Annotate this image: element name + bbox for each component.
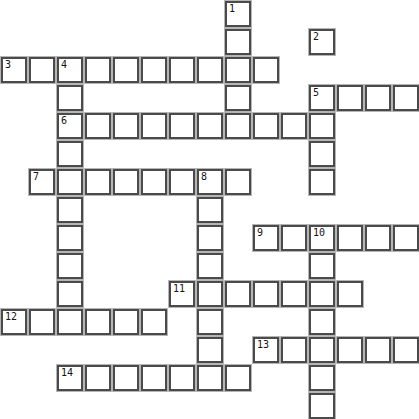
crossword-cell[interactable]: 4 xyxy=(57,57,83,83)
crossword-cell[interactable] xyxy=(197,337,223,363)
crossword-cell[interactable] xyxy=(57,309,83,335)
crossword-cell[interactable] xyxy=(57,281,83,307)
crossword-cell[interactable] xyxy=(309,253,335,279)
clue-number: 10 xyxy=(313,227,325,238)
crossword-cell[interactable]: 1 xyxy=(225,1,251,27)
crossword-cell[interactable]: 10 xyxy=(309,225,335,251)
crossword-cell[interactable] xyxy=(57,225,83,251)
crossword-cell[interactable] xyxy=(225,57,251,83)
crossword-cell[interactable]: 12 xyxy=(1,309,27,335)
crossword-cell[interactable] xyxy=(281,337,307,363)
crossword-cell[interactable] xyxy=(197,309,223,335)
crossword-cell[interactable] xyxy=(393,225,419,251)
crossword-cell[interactable] xyxy=(281,113,307,139)
crossword-cell[interactable] xyxy=(197,253,223,279)
clue-number: 12 xyxy=(5,311,17,322)
clue-number: 9 xyxy=(257,227,263,238)
crossword-cell[interactable] xyxy=(253,281,279,307)
crossword-cell[interactable] xyxy=(29,57,55,83)
crossword-cell[interactable] xyxy=(197,281,223,307)
crossword-cell[interactable] xyxy=(85,57,111,83)
crossword-board: 1234567891011121314 xyxy=(0,0,419,419)
clue-number: 5 xyxy=(313,87,319,98)
crossword-cell[interactable] xyxy=(253,57,279,83)
crossword-cell[interactable] xyxy=(309,309,335,335)
crossword-cell[interactable] xyxy=(253,113,279,139)
crossword-cell[interactable] xyxy=(225,365,251,391)
crossword-cell[interactable] xyxy=(141,113,167,139)
crossword-cell[interactable] xyxy=(113,113,139,139)
crossword-cell[interactable]: 13 xyxy=(253,337,279,363)
clue-number: 13 xyxy=(257,339,269,350)
crossword-cell[interactable] xyxy=(309,337,335,363)
crossword-cell[interactable] xyxy=(197,57,223,83)
crossword-cell[interactable] xyxy=(197,365,223,391)
crossword-cell[interactable] xyxy=(113,169,139,195)
clue-number: 2 xyxy=(313,31,319,42)
crossword-cell[interactable]: 8 xyxy=(197,169,223,195)
clue-number: 4 xyxy=(61,59,67,70)
crossword-cell[interactable] xyxy=(337,281,363,307)
crossword-cell[interactable]: 5 xyxy=(309,85,335,111)
crossword-cell[interactable] xyxy=(169,365,195,391)
crossword-cell[interactable] xyxy=(337,85,363,111)
clue-number: 14 xyxy=(61,367,73,378)
crossword-cell[interactable]: 3 xyxy=(1,57,27,83)
crossword-cell[interactable] xyxy=(225,169,251,195)
clue-number: 6 xyxy=(61,115,67,126)
clue-number: 7 xyxy=(33,171,39,182)
clue-number: 1 xyxy=(229,3,235,14)
crossword-cell[interactable] xyxy=(337,337,363,363)
crossword-cell[interactable]: 6 xyxy=(57,113,83,139)
crossword-cell[interactable] xyxy=(85,113,111,139)
crossword-cell[interactable] xyxy=(225,281,251,307)
crossword-cell[interactable] xyxy=(85,365,111,391)
crossword-cell[interactable] xyxy=(169,57,195,83)
crossword-cell[interactable]: 2 xyxy=(309,29,335,55)
crossword-cell[interactable] xyxy=(225,29,251,55)
clue-number: 3 xyxy=(5,59,11,70)
clue-number: 8 xyxy=(201,171,207,182)
crossword-cell[interactable] xyxy=(113,309,139,335)
crossword-cell[interactable] xyxy=(57,169,83,195)
crossword-cell[interactable] xyxy=(393,337,419,363)
crossword-cell[interactable] xyxy=(337,225,363,251)
crossword-cell[interactable] xyxy=(365,225,391,251)
crossword-cell[interactable] xyxy=(309,169,335,195)
crossword-cell[interactable] xyxy=(113,57,139,83)
clue-number: 11 xyxy=(173,283,185,294)
crossword-cell[interactable] xyxy=(393,85,419,111)
crossword-cell[interactable] xyxy=(141,309,167,335)
crossword-cell[interactable] xyxy=(365,337,391,363)
crossword-cell[interactable]: 7 xyxy=(29,169,55,195)
crossword-cell[interactable] xyxy=(85,169,111,195)
crossword-cell[interactable] xyxy=(281,281,307,307)
crossword-cell[interactable]: 9 xyxy=(253,225,279,251)
crossword-cell[interactable] xyxy=(197,225,223,251)
crossword-cell[interactable] xyxy=(57,85,83,111)
crossword-cell[interactable] xyxy=(29,309,55,335)
crossword-cell[interactable] xyxy=(85,309,111,335)
crossword-cell[interactable] xyxy=(365,85,391,111)
crossword-cell[interactable] xyxy=(169,169,195,195)
crossword-cell[interactable] xyxy=(309,393,335,419)
crossword-cell[interactable] xyxy=(225,85,251,111)
crossword-cell[interactable] xyxy=(169,113,195,139)
crossword-cell[interactable] xyxy=(197,197,223,223)
crossword-cell[interactable] xyxy=(57,197,83,223)
crossword-cell[interactable] xyxy=(141,169,167,195)
crossword-cell[interactable] xyxy=(57,141,83,167)
crossword-cell[interactable] xyxy=(309,281,335,307)
crossword-cell[interactable]: 14 xyxy=(57,365,83,391)
crossword-cell[interactable] xyxy=(113,365,139,391)
crossword-cell[interactable] xyxy=(57,253,83,279)
crossword-cell[interactable]: 11 xyxy=(169,281,195,307)
crossword-cell[interactable] xyxy=(197,113,223,139)
crossword-cell[interactable] xyxy=(309,365,335,391)
crossword-cell[interactable] xyxy=(225,113,251,139)
crossword-cell[interactable] xyxy=(141,365,167,391)
crossword-cell[interactable] xyxy=(309,113,335,139)
crossword-cell[interactable] xyxy=(281,225,307,251)
crossword-cell[interactable] xyxy=(141,57,167,83)
crossword-cell[interactable] xyxy=(309,141,335,167)
